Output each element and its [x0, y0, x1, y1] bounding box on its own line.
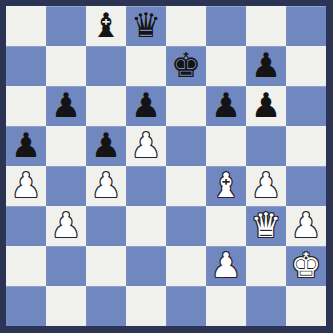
square-b1[interactable]	[46, 286, 86, 326]
square-e7[interactable]: ♚	[166, 46, 206, 86]
square-b4[interactable]	[46, 166, 86, 206]
square-e6[interactable]	[166, 86, 206, 126]
square-d6[interactable]: ♟	[126, 86, 166, 126]
square-d1[interactable]	[126, 286, 166, 326]
square-a1[interactable]	[6, 286, 46, 326]
square-f1[interactable]	[206, 286, 246, 326]
square-h2[interactable]: ♚	[286, 246, 326, 286]
square-a8[interactable]	[6, 6, 46, 46]
white-pawn-piece: ♟	[11, 168, 41, 202]
square-c1[interactable]	[86, 286, 126, 326]
square-c8[interactable]: ♝	[86, 6, 126, 46]
white-pawn-piece: ♟	[131, 128, 161, 162]
square-h1[interactable]	[286, 286, 326, 326]
square-b5[interactable]	[46, 126, 86, 166]
black-pawn-piece: ♟	[211, 88, 241, 122]
square-g6[interactable]: ♟	[246, 86, 286, 126]
square-e1[interactable]	[166, 286, 206, 326]
square-e8[interactable]	[166, 6, 206, 46]
black-queen-piece: ♛	[131, 8, 161, 42]
white-bishop-piece: ♝	[211, 168, 241, 202]
square-b8[interactable]	[46, 6, 86, 46]
square-a5[interactable]: ♟	[6, 126, 46, 166]
square-c5[interactable]: ♟	[86, 126, 126, 166]
white-king-piece: ♚	[291, 248, 321, 282]
square-g4[interactable]: ♟	[246, 166, 286, 206]
square-d3[interactable]	[126, 206, 166, 246]
square-h3[interactable]: ♟	[286, 206, 326, 246]
square-a4[interactable]: ♟	[6, 166, 46, 206]
square-c4[interactable]: ♟	[86, 166, 126, 206]
square-b7[interactable]	[46, 46, 86, 86]
white-pawn-piece: ♟	[51, 208, 81, 242]
square-f3[interactable]	[206, 206, 246, 246]
chess-board: ♝♛♚♟♟♟♟♟♟♟♟♟♟♝♟♟♛♟♟♚	[0, 0, 333, 333]
square-d8[interactable]: ♛	[126, 6, 166, 46]
square-f2[interactable]: ♟	[206, 246, 246, 286]
square-e4[interactable]	[166, 166, 206, 206]
square-d4[interactable]	[126, 166, 166, 206]
black-pawn-piece: ♟	[11, 128, 41, 162]
square-h7[interactable]	[286, 46, 326, 86]
square-c2[interactable]	[86, 246, 126, 286]
square-b3[interactable]: ♟	[46, 206, 86, 246]
square-g7[interactable]: ♟	[246, 46, 286, 86]
square-h6[interactable]	[286, 86, 326, 126]
square-b2[interactable]	[46, 246, 86, 286]
square-a6[interactable]	[6, 86, 46, 126]
square-d7[interactable]	[126, 46, 166, 86]
square-g5[interactable]	[246, 126, 286, 166]
black-king-piece: ♚	[171, 48, 201, 82]
white-queen-piece: ♛	[251, 208, 281, 242]
square-a7[interactable]	[6, 46, 46, 86]
white-pawn-piece: ♟	[211, 248, 241, 282]
square-g2[interactable]	[246, 246, 286, 286]
chess-board-grid: ♝♛♚♟♟♟♟♟♟♟♟♟♟♝♟♟♛♟♟♚	[6, 6, 326, 326]
square-f7[interactable]	[206, 46, 246, 86]
square-d2[interactable]	[126, 246, 166, 286]
black-pawn-piece: ♟	[91, 128, 121, 162]
square-e2[interactable]	[166, 246, 206, 286]
square-f6[interactable]: ♟	[206, 86, 246, 126]
white-pawn-piece: ♟	[291, 208, 321, 242]
white-pawn-piece: ♟	[91, 168, 121, 202]
white-pawn-piece: ♟	[251, 168, 281, 202]
square-h4[interactable]	[286, 166, 326, 206]
square-b6[interactable]: ♟	[46, 86, 86, 126]
square-h5[interactable]	[286, 126, 326, 166]
square-e5[interactable]	[166, 126, 206, 166]
square-a2[interactable]	[6, 246, 46, 286]
square-c6[interactable]	[86, 86, 126, 126]
black-pawn-piece: ♟	[51, 88, 81, 122]
square-f4[interactable]: ♝	[206, 166, 246, 206]
square-f5[interactable]	[206, 126, 246, 166]
black-bishop-piece: ♝	[91, 8, 121, 42]
square-e3[interactable]	[166, 206, 206, 246]
square-d5[interactable]: ♟	[126, 126, 166, 166]
square-g8[interactable]	[246, 6, 286, 46]
square-f8[interactable]	[206, 6, 246, 46]
square-c7[interactable]	[86, 46, 126, 86]
black-pawn-piece: ♟	[131, 88, 161, 122]
black-pawn-piece: ♟	[251, 48, 281, 82]
square-g1[interactable]	[246, 286, 286, 326]
square-c3[interactable]	[86, 206, 126, 246]
black-pawn-piece: ♟	[251, 88, 281, 122]
square-h8[interactable]	[286, 6, 326, 46]
square-a3[interactable]	[6, 206, 46, 246]
square-g3[interactable]: ♛	[246, 206, 286, 246]
